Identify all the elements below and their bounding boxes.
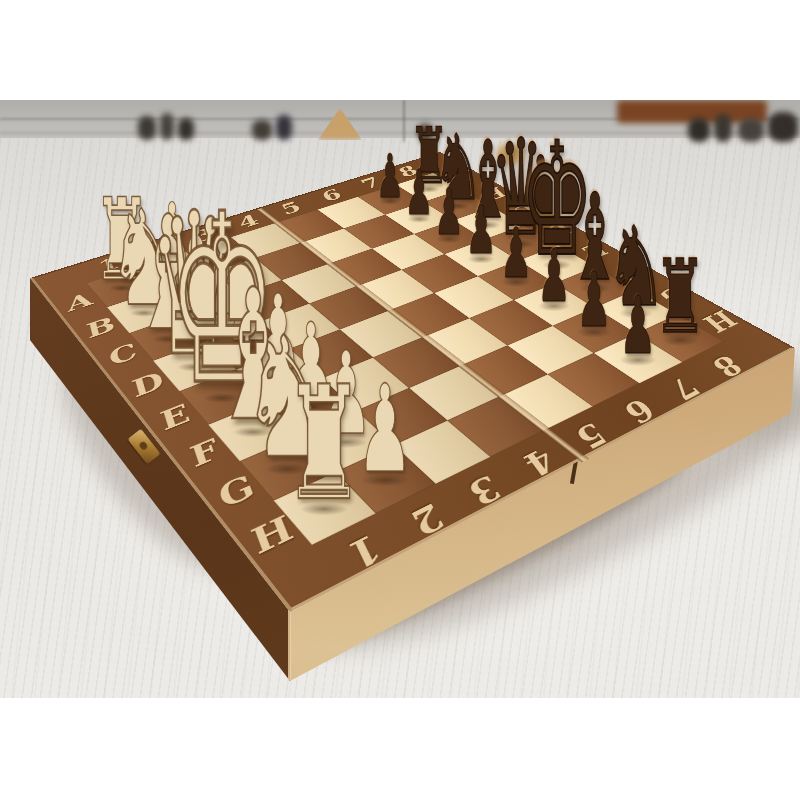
file-label-f-left: F: [177, 436, 225, 473]
letterbox-top: [0, 0, 800, 100]
file-label-a-left: A: [58, 290, 97, 315]
letterbox-bottom: [0, 698, 800, 800]
file-label-g-left: G: [205, 472, 261, 515]
shelf-figure: [418, 124, 432, 140]
shelf-figure: [688, 118, 710, 142]
wall-seam-line: [403, 100, 405, 142]
box-corner-edge: [288, 610, 291, 680]
shelf-figure: [738, 118, 764, 142]
shelf-figure: [160, 113, 174, 140]
file-label-e-left: E: [148, 401, 195, 436]
shelf-figure: [276, 115, 292, 140]
shelf-figure-brass: [498, 144, 524, 164]
file-label-b-left: B: [76, 314, 119, 342]
file-label-c-left: C: [99, 341, 143, 371]
product-photo: AA11BB22CC33DD44EE55FF66GG77HH88 ♜︎♞︎♝︎♛…: [0, 0, 800, 800]
shelf-figure: [768, 112, 798, 142]
shelf-figure: [252, 120, 272, 140]
shelf-figure: [138, 116, 156, 140]
shelf-figure: [714, 114, 732, 142]
file-label-d-left: D: [121, 369, 169, 402]
shelf-edge-line: [0, 132, 800, 134]
shelf-figure: [178, 118, 194, 140]
